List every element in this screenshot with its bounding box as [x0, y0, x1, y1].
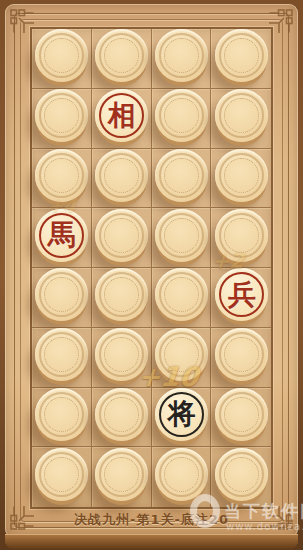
piece-hidden[interactable]: [215, 29, 268, 82]
piece-hidden[interactable]: [35, 328, 88, 381]
watermark-ring-icon: [190, 494, 220, 528]
cell-r7c1[interactable]: [32, 388, 92, 448]
game-screen: 相馬兵将 +4+2+10 决战九州-第1关-底注20 当下软件园 www.dow…: [0, 0, 303, 550]
piece-hidden[interactable]: [95, 328, 148, 381]
piece-character: 相: [95, 89, 148, 142]
cell-r5c4[interactable]: 兵: [211, 268, 271, 328]
cell-r2c1[interactable]: [32, 89, 92, 149]
cell-r1c4[interactable]: [211, 29, 271, 89]
board-field: 相馬兵将 +4+2+10: [30, 27, 273, 509]
piece-hidden[interactable]: [95, 29, 148, 82]
piece-hidden[interactable]: [35, 388, 88, 441]
cell-r3c2[interactable]: [92, 149, 152, 209]
board-bottom-edge: [5, 534, 298, 550]
cell-r2c2[interactable]: 相: [92, 89, 152, 149]
cell-r1c3[interactable]: [152, 29, 212, 89]
piece-hidden[interactable]: [215, 149, 268, 202]
cell-r4c3[interactable]: [152, 208, 212, 268]
piece-red-馬[interactable]: 馬: [35, 209, 88, 262]
piece-hidden[interactable]: [35, 149, 88, 202]
cell-r3c4[interactable]: [211, 149, 271, 209]
cell-r7c3[interactable]: 将: [152, 388, 212, 448]
cell-r6c3[interactable]: [152, 328, 212, 388]
cell-r5c1[interactable]: [32, 268, 92, 328]
piece-hidden[interactable]: [95, 448, 148, 501]
watermark-site-name: 当下软件园: [224, 500, 303, 523]
piece-hidden[interactable]: [215, 448, 268, 501]
piece-hidden[interactable]: [35, 89, 88, 142]
piece-red-相[interactable]: 相: [95, 89, 148, 142]
cell-r2c4[interactable]: [211, 89, 271, 149]
piece-hidden[interactable]: [155, 29, 208, 82]
cell-r6c2[interactable]: [92, 328, 152, 388]
piece-hidden[interactable]: [35, 268, 88, 321]
piece-character: 将: [155, 388, 208, 441]
piece-hidden[interactable]: [155, 209, 208, 262]
piece-hidden[interactable]: [95, 149, 148, 202]
cell-r7c4[interactable]: [211, 388, 271, 448]
piece-hidden[interactable]: [155, 268, 208, 321]
cell-r8c2[interactable]: [92, 447, 152, 507]
piece-hidden[interactable]: [215, 328, 268, 381]
cell-r2c3[interactable]: [152, 89, 212, 149]
cell-r7c2[interactable]: [92, 388, 152, 448]
cell-r4c2[interactable]: [92, 208, 152, 268]
piece-hidden[interactable]: [95, 209, 148, 262]
cell-r4c1[interactable]: 馬: [32, 208, 92, 268]
piece-hidden[interactable]: [155, 149, 208, 202]
piece-grid: 相馬兵将: [32, 29, 271, 507]
piece-hidden[interactable]: [215, 209, 268, 262]
piece-character: 兵: [215, 268, 268, 321]
piece-hidden[interactable]: [155, 328, 208, 381]
cell-r1c1[interactable]: [32, 29, 92, 89]
piece-black-将[interactable]: 将: [155, 388, 208, 441]
cell-r8c4[interactable]: [211, 447, 271, 507]
piece-hidden[interactable]: [155, 89, 208, 142]
piece-red-兵[interactable]: 兵: [215, 268, 268, 321]
piece-hidden[interactable]: [35, 29, 88, 82]
piece-hidden[interactable]: [155, 448, 208, 501]
piece-hidden[interactable]: [215, 388, 268, 441]
cell-r8c1[interactable]: [32, 447, 92, 507]
cell-r5c3[interactable]: [152, 268, 212, 328]
cell-r3c1[interactable]: [32, 149, 92, 209]
cell-r3c3[interactable]: [152, 149, 212, 209]
cell-r4c4[interactable]: [211, 208, 271, 268]
cell-r6c4[interactable]: [211, 328, 271, 388]
piece-character: 馬: [35, 209, 88, 262]
cell-r5c2[interactable]: [92, 268, 152, 328]
cell-r6c1[interactable]: [32, 328, 92, 388]
watermark-url: www.downza.com: [226, 521, 303, 532]
piece-hidden[interactable]: [95, 388, 148, 441]
cell-r1c2[interactable]: [92, 29, 152, 89]
piece-hidden[interactable]: [35, 448, 88, 501]
piece-hidden[interactable]: [215, 89, 268, 142]
piece-hidden[interactable]: [95, 268, 148, 321]
